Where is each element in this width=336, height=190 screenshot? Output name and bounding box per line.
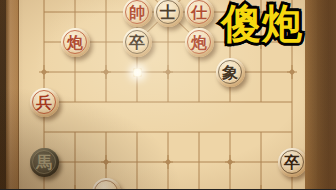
piece-black-advisor[interactable]: 士 [154, 0, 183, 27]
piece-black-soldier-i7[interactable]: 卒 [278, 148, 307, 177]
piece-glyph: 卒 [129, 28, 145, 57]
frame-left-inner [6, 0, 19, 189]
piece-glyph: 炮 [191, 28, 207, 57]
piece-black-elephant[interactable]: 象 [216, 58, 245, 87]
piece-black-horse[interactable]: 馬 [30, 148, 59, 177]
piece-glyph: 馬 [36, 148, 52, 177]
piece-red-advisor[interactable]: 仕 [185, 0, 214, 27]
xiangqi-board-screen: 帥士仕炮卒炮象兵馬卒 傻炮 [0, 0, 336, 189]
puzzle-caption: 傻炮 [221, 1, 303, 45]
piece-partial-piece[interactable] [92, 178, 121, 190]
frame-right-inner [305, 0, 317, 189]
piece-black-soldier-d3[interactable]: 卒 [123, 28, 152, 57]
piece-glyph: 帥 [129, 0, 145, 27]
piece-glyph: 象 [222, 58, 238, 87]
piece-glyph: 兵 [36, 88, 52, 117]
piece-red-soldier[interactable]: 兵 [30, 88, 59, 117]
piece-glyph: 士 [160, 0, 176, 27]
piece-glyph: 炮 [67, 28, 83, 57]
piece-red-cannon-left[interactable]: 炮 [61, 28, 90, 57]
piece-red-cannon-right[interactable]: 炮 [185, 28, 214, 57]
piece-glyph: 卒 [284, 148, 300, 177]
piece-glyph: 仕 [191, 0, 207, 27]
piece-red-general[interactable]: 帥 [123, 0, 152, 27]
frame-right-outer [317, 0, 336, 189]
